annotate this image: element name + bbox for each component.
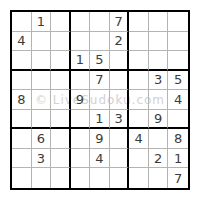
- cell-r7c5-given[interactable]: 9: [90, 129, 110, 149]
- cell-r1c4-empty[interactable]: [71, 12, 91, 32]
- cell-r5c9-given[interactable]: 4: [168, 90, 188, 110]
- cell-r2c4-empty[interactable]: [71, 32, 91, 52]
- cell-r6c3-empty[interactable]: [51, 110, 71, 130]
- cell-r6c1-empty[interactable]: [12, 110, 32, 130]
- cell-r3c6-empty[interactable]: [110, 51, 130, 71]
- cell-r2c6-given[interactable]: 2: [110, 32, 130, 52]
- sudoku-grid: 174215735894139694834217: [12, 12, 188, 188]
- cell-r4c9-given[interactable]: 5: [168, 71, 188, 91]
- cell-r1c6-given[interactable]: 7: [110, 12, 130, 32]
- cell-r8c9-given[interactable]: 1: [168, 149, 188, 169]
- cell-r4c5-given[interactable]: 7: [90, 71, 110, 91]
- cell-r3c4-given[interactable]: 1: [71, 51, 91, 71]
- cell-r5c8-empty[interactable]: [149, 90, 169, 110]
- cell-r4c6-empty[interactable]: [110, 71, 130, 91]
- cell-r9c6-empty[interactable]: [110, 168, 130, 188]
- cell-r9c2-empty[interactable]: [32, 168, 52, 188]
- cell-r3c5-given[interactable]: 5: [90, 51, 110, 71]
- cell-r6c7-empty[interactable]: [129, 110, 149, 130]
- cell-r2c1-given[interactable]: 4: [12, 32, 32, 52]
- cell-r8c4-empty[interactable]: [71, 149, 91, 169]
- cell-r9c5-empty[interactable]: [90, 168, 110, 188]
- cell-r2c7-empty[interactable]: [129, 32, 149, 52]
- cell-r1c9-empty[interactable]: [168, 12, 188, 32]
- cell-r6c4-empty[interactable]: [71, 110, 91, 130]
- cell-r2c5-empty[interactable]: [90, 32, 110, 52]
- cell-r8c3-empty[interactable]: [51, 149, 71, 169]
- cell-r1c8-empty[interactable]: [149, 12, 169, 32]
- cell-r2c8-empty[interactable]: [149, 32, 169, 52]
- cell-r5c7-empty[interactable]: [129, 90, 149, 110]
- cell-r4c2-empty[interactable]: [32, 71, 52, 91]
- cell-r8c8-given[interactable]: 2: [149, 149, 169, 169]
- cell-r4c4-empty[interactable]: [71, 71, 91, 91]
- cell-r7c9-given[interactable]: 8: [168, 129, 188, 149]
- cell-r4c8-given[interactable]: 3: [149, 71, 169, 91]
- cell-r7c2-given[interactable]: 6: [32, 129, 52, 149]
- cell-r5c3-empty[interactable]: [51, 90, 71, 110]
- cell-r7c3-empty[interactable]: [51, 129, 71, 149]
- cell-r2c3-empty[interactable]: [51, 32, 71, 52]
- cell-r9c7-empty[interactable]: [129, 168, 149, 188]
- cell-r6c9-empty[interactable]: [168, 110, 188, 130]
- cell-r9c9-given[interactable]: 7: [168, 168, 188, 188]
- cell-r4c7-empty[interactable]: [129, 71, 149, 91]
- cell-r7c4-empty[interactable]: [71, 129, 91, 149]
- cell-r4c3-empty[interactable]: [51, 71, 71, 91]
- cell-r6c6-given[interactable]: 3: [110, 110, 130, 130]
- cell-r9c4-empty[interactable]: [71, 168, 91, 188]
- cell-r7c1-empty[interactable]: [12, 129, 32, 149]
- cell-r1c2-given[interactable]: 1: [32, 12, 52, 32]
- cell-r1c7-empty[interactable]: [129, 12, 149, 32]
- cell-r1c1-empty[interactable]: [12, 12, 32, 32]
- cell-r3c3-empty[interactable]: [51, 51, 71, 71]
- cell-r7c6-empty[interactable]: [110, 129, 130, 149]
- cell-r3c8-empty[interactable]: [149, 51, 169, 71]
- cell-r3c7-empty[interactable]: [129, 51, 149, 71]
- cell-r8c6-empty[interactable]: [110, 149, 130, 169]
- cell-r3c1-empty[interactable]: [12, 51, 32, 71]
- cell-r7c8-empty[interactable]: [149, 129, 169, 149]
- cell-r2c9-empty[interactable]: [168, 32, 188, 52]
- sudoku-board: © LiveSudoku.com 17421573589413969483421…: [10, 10, 190, 190]
- cell-r5c1-given[interactable]: 8: [12, 90, 32, 110]
- cell-r5c6-empty[interactable]: [110, 90, 130, 110]
- cell-r8c7-empty[interactable]: [129, 149, 149, 169]
- cell-r6c5-given[interactable]: 1: [90, 110, 110, 130]
- cell-r6c2-empty[interactable]: [32, 110, 52, 130]
- cell-r2c2-empty[interactable]: [32, 32, 52, 52]
- cell-r9c8-empty[interactable]: [149, 168, 169, 188]
- cell-r1c3-empty[interactable]: [51, 12, 71, 32]
- cell-r9c3-empty[interactable]: [51, 168, 71, 188]
- cell-r3c9-empty[interactable]: [168, 51, 188, 71]
- page: { "game": "sudoku", "grid": { "rows": 9,…: [0, 0, 200, 200]
- cell-r6c8-given[interactable]: 9: [149, 110, 169, 130]
- cell-r5c5-empty[interactable]: [90, 90, 110, 110]
- cell-r1c5-empty[interactable]: [90, 12, 110, 32]
- cell-r8c1-empty[interactable]: [12, 149, 32, 169]
- cell-r8c5-given[interactable]: 4: [90, 149, 110, 169]
- cell-r3c2-empty[interactable]: [32, 51, 52, 71]
- cell-r8c2-given[interactable]: 3: [32, 149, 52, 169]
- cell-r7c7-given[interactable]: 4: [129, 129, 149, 149]
- cell-r9c1-empty[interactable]: [12, 168, 32, 188]
- cell-r5c4-given[interactable]: 9: [71, 90, 91, 110]
- cell-r5c2-empty[interactable]: [32, 90, 52, 110]
- cell-r4c1-empty[interactable]: [12, 71, 32, 91]
